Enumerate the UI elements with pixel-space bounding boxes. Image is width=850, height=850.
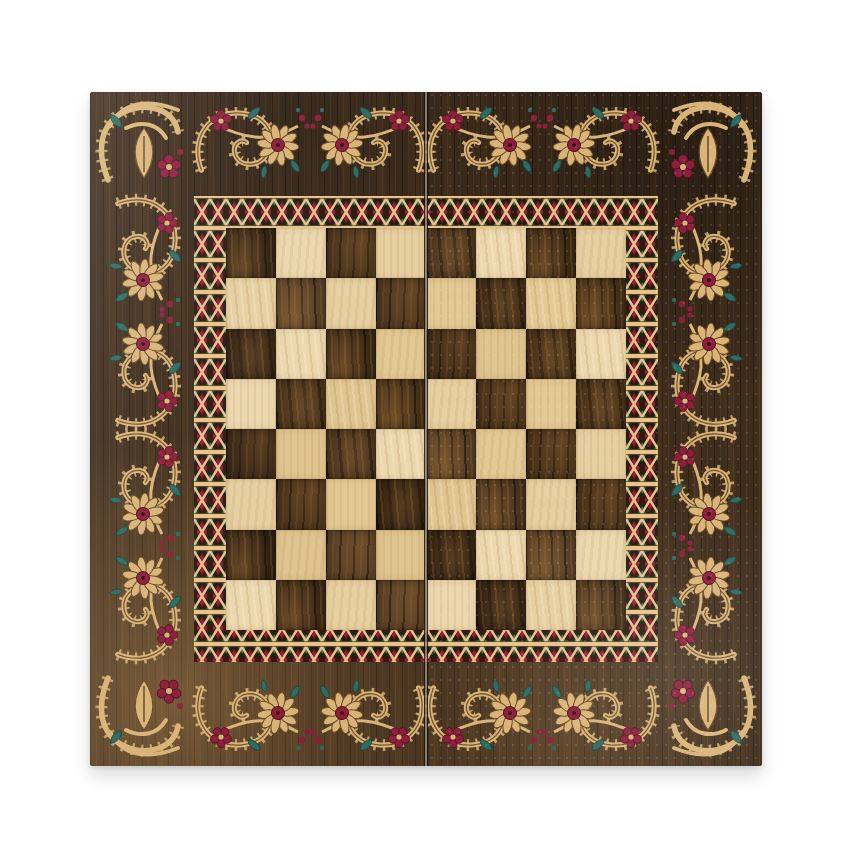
photo-background bbox=[0, 0, 850, 850]
square-a3[interactable] bbox=[226, 479, 276, 529]
square-h5[interactable] bbox=[576, 379, 626, 429]
square-c6[interactable] bbox=[326, 329, 376, 379]
square-f4[interactable] bbox=[476, 429, 526, 479]
square-e6[interactable] bbox=[426, 329, 476, 379]
square-g1[interactable] bbox=[526, 580, 576, 630]
square-c3[interactable] bbox=[326, 479, 376, 529]
square-a7[interactable] bbox=[226, 278, 276, 328]
square-g8[interactable] bbox=[526, 228, 576, 278]
square-e8[interactable] bbox=[426, 228, 476, 278]
square-f2[interactable] bbox=[476, 530, 526, 580]
square-g3[interactable] bbox=[526, 479, 576, 529]
square-d5[interactable] bbox=[376, 379, 426, 429]
square-g5[interactable] bbox=[526, 379, 576, 429]
square-a2[interactable] bbox=[226, 530, 276, 580]
square-h2[interactable] bbox=[576, 530, 626, 580]
square-d2[interactable] bbox=[376, 530, 426, 580]
square-f7[interactable] bbox=[476, 278, 526, 328]
square-a6[interactable] bbox=[226, 329, 276, 379]
square-e7[interactable] bbox=[426, 278, 476, 328]
square-e5[interactable] bbox=[426, 379, 476, 429]
square-a4[interactable] bbox=[226, 429, 276, 479]
square-d8[interactable] bbox=[376, 228, 426, 278]
square-e1[interactable] bbox=[426, 580, 476, 630]
square-b4[interactable] bbox=[276, 429, 326, 479]
square-c2[interactable] bbox=[326, 530, 376, 580]
square-d4[interactable] bbox=[376, 429, 426, 479]
square-f3[interactable] bbox=[476, 479, 526, 529]
square-b8[interactable] bbox=[276, 228, 326, 278]
square-d7[interactable] bbox=[376, 278, 426, 328]
square-g4[interactable] bbox=[526, 429, 576, 479]
square-c5[interactable] bbox=[326, 379, 376, 429]
fold-seam bbox=[424, 92, 428, 766]
square-d3[interactable] bbox=[376, 479, 426, 529]
square-a5[interactable] bbox=[226, 379, 276, 429]
square-h8[interactable] bbox=[576, 228, 626, 278]
square-c4[interactable] bbox=[326, 429, 376, 479]
square-f5[interactable] bbox=[476, 379, 526, 429]
square-g6[interactable] bbox=[526, 329, 576, 379]
square-f1[interactable] bbox=[476, 580, 526, 630]
square-b6[interactable] bbox=[276, 329, 326, 379]
square-b1[interactable] bbox=[276, 580, 326, 630]
square-h6[interactable] bbox=[576, 329, 626, 379]
square-c8[interactable] bbox=[326, 228, 376, 278]
square-d6[interactable] bbox=[376, 329, 426, 379]
square-a8[interactable] bbox=[226, 228, 276, 278]
square-f8[interactable] bbox=[476, 228, 526, 278]
square-h7[interactable] bbox=[576, 278, 626, 328]
square-e4[interactable] bbox=[426, 429, 476, 479]
square-g7[interactable] bbox=[526, 278, 576, 328]
square-b3[interactable] bbox=[276, 479, 326, 529]
square-b5[interactable] bbox=[276, 379, 326, 429]
square-a1[interactable] bbox=[226, 580, 276, 630]
square-e2[interactable] bbox=[426, 530, 476, 580]
square-b2[interactable] bbox=[276, 530, 326, 580]
square-c7[interactable] bbox=[326, 278, 376, 328]
square-e3[interactable] bbox=[426, 479, 476, 529]
square-b7[interactable] bbox=[276, 278, 326, 328]
square-g2[interactable] bbox=[526, 530, 576, 580]
square-h1[interactable] bbox=[576, 580, 626, 630]
square-h3[interactable] bbox=[576, 479, 626, 529]
square-c1[interactable] bbox=[326, 580, 376, 630]
square-d1[interactable] bbox=[376, 580, 426, 630]
square-f6[interactable] bbox=[476, 329, 526, 379]
chess-board bbox=[90, 92, 762, 766]
square-h4[interactable] bbox=[576, 429, 626, 479]
